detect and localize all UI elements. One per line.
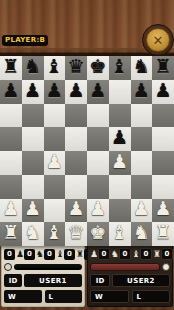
piece-white-pawn: ♟: [68, 199, 85, 218]
square-d7[interactable]: ♟: [65, 80, 87, 104]
square-f6[interactable]: [109, 104, 131, 128]
square-g7[interactable]: ♟: [131, 80, 153, 104]
square-c5[interactable]: [44, 127, 66, 151]
square-f5[interactable]: ♟: [109, 127, 131, 151]
square-d2[interactable]: ♟: [65, 199, 87, 223]
square-c6[interactable]: [44, 104, 66, 128]
square-h8[interactable]: ♜: [152, 56, 174, 80]
rook-icon: ♜: [76, 250, 83, 259]
piece-white-pawn: ♟: [155, 199, 172, 218]
capture-counter-rook: ♜0: [153, 248, 173, 260]
player1-id-label: ID: [4, 274, 22, 287]
square-d3[interactable]: [65, 175, 87, 199]
square-a1[interactable]: ♜: [0, 222, 22, 246]
square-g3[interactable]: [131, 175, 153, 199]
player2-panel: ♟0♞0♝0♜0♛0 ID USER2 W L: [87, 244, 173, 307]
player1-captures-tray: 0♟0♞0♝0♜0♛: [4, 247, 82, 261]
piece-black-pawn: ♟: [68, 81, 85, 100]
piece-white-pawn: ♟: [24, 199, 41, 218]
square-a6[interactable]: [0, 104, 22, 128]
capture-count: 0: [64, 249, 75, 260]
square-c2[interactable]: [44, 199, 66, 223]
square-h2[interactable]: ♟: [152, 199, 174, 223]
player1-name: USER1: [24, 274, 82, 287]
piece-white-knight: ♞: [24, 223, 41, 242]
square-e1[interactable]: ♚: [87, 222, 109, 246]
capture-counter-bishop: 0♝: [44, 249, 63, 260]
piece-black-pawn: ♟: [111, 128, 128, 147]
player1-time-row: [4, 262, 82, 271]
square-d8[interactable]: ♛: [65, 56, 87, 80]
capture-count: 0: [4, 249, 15, 260]
piece-white-rook: ♜: [155, 223, 172, 242]
capture-count: 0: [98, 248, 110, 260]
piece-white-pawn: ♟: [46, 152, 63, 171]
chess-board: ♜♞♝♛♚♝♞♜♟♟♟♟♟♟♟♟♟♟♟♟♟♟♟♟♜♞♝♛♚♝♞♜: [0, 54, 174, 246]
rook-icon: ♜: [153, 250, 160, 259]
square-f2[interactable]: [109, 199, 131, 223]
piece-black-knight: ♞: [24, 57, 41, 76]
square-b1[interactable]: ♞: [22, 222, 44, 246]
square-c4[interactable]: ♟: [44, 151, 66, 175]
square-e5[interactable]: [87, 127, 109, 151]
square-a5[interactable]: [0, 127, 22, 151]
capture-counter-pawn: ♟0: [90, 248, 110, 260]
capture-counter-bishop: ♝0: [132, 248, 152, 260]
square-f7[interactable]: [109, 80, 131, 104]
player1-losses-box: L: [45, 290, 83, 303]
piece-black-king: ♚: [89, 57, 106, 76]
square-h3[interactable]: [152, 175, 174, 199]
square-f1[interactable]: ♝: [109, 222, 131, 246]
square-b8[interactable]: ♞: [22, 56, 44, 80]
square-a4[interactable]: [0, 151, 22, 175]
piece-black-rook: ♜: [2, 57, 19, 76]
piece-black-pawn: ♟: [89, 81, 106, 100]
square-e6[interactable]: [87, 104, 109, 128]
square-g8[interactable]: ♞: [131, 56, 153, 80]
piece-black-rook: ♜: [155, 57, 172, 76]
knight-icon: ♞: [111, 250, 118, 259]
square-b7[interactable]: ♟: [22, 80, 44, 104]
square-e3[interactable]: [87, 175, 109, 199]
player1-wins-box: W: [4, 290, 42, 303]
square-b2[interactable]: ♟: [22, 199, 44, 223]
piece-white-bishop: ♝: [111, 223, 128, 242]
square-e8[interactable]: ♚: [87, 56, 109, 80]
player2-losses-box: L: [132, 290, 171, 303]
pawn-icon: ♟: [16, 250, 23, 259]
square-f8[interactable]: ♝: [109, 56, 131, 80]
clock-icon: [162, 263, 170, 271]
square-c1[interactable]: ♝: [44, 222, 66, 246]
square-h5[interactable]: [152, 127, 174, 151]
square-d1[interactable]: ♛: [65, 222, 87, 246]
cross-icon: ✕: [146, 28, 170, 52]
square-c3[interactable]: [44, 175, 66, 199]
pawn-icon: ♟: [90, 250, 97, 259]
capture-counter-rook: 0♜: [64, 249, 83, 260]
capture-counter-knight: ♞0: [111, 248, 131, 260]
capture-count: 0: [161, 248, 173, 260]
square-b3[interactable]: [22, 175, 44, 199]
player1-panel: 0♟0♞0♝0♜0♛ ID USER1 W L: [1, 244, 85, 307]
knight-icon: ♞: [36, 250, 43, 259]
square-e4[interactable]: [87, 151, 109, 175]
piece-black-pawn: ♟: [24, 81, 41, 100]
square-h1[interactable]: ♜: [152, 222, 174, 246]
square-a3[interactable]: [0, 175, 22, 199]
square-g1[interactable]: ♞: [131, 222, 153, 246]
square-e2[interactable]: ♟: [87, 199, 109, 223]
chess-app: PLAYER:B ✕ ♜♞♝♛♚♝♞♜♟♟♟♟♟♟♟♟♟♟♟♟♟♟♟♟♜♞♝♛♚…: [0, 0, 174, 310]
piece-white-pawn: ♟: [133, 199, 150, 218]
square-c7[interactable]: ♟: [44, 80, 66, 104]
player-turn-badge: PLAYER:B: [2, 35, 48, 46]
square-a2[interactable]: ♟: [0, 199, 22, 223]
square-h7[interactable]: ♟: [152, 80, 174, 104]
square-h6[interactable]: [152, 104, 174, 128]
player2-time-bar: [90, 263, 160, 271]
square-g5[interactable]: [131, 127, 153, 151]
player2-id-label: ID: [90, 274, 110, 287]
square-a7[interactable]: ♟: [0, 80, 22, 104]
piece-white-pawn: ♟: [2, 199, 19, 218]
piece-black-pawn: ♟: [2, 81, 19, 100]
piece-black-bishop: ♝: [46, 57, 63, 76]
square-f4[interactable]: ♟: [109, 151, 131, 175]
square-d4[interactable]: [65, 151, 87, 175]
player2-captures-tray: ♟0♞0♝0♜0♛0: [90, 247, 170, 261]
player2-name: USER2: [112, 274, 170, 287]
square-f3[interactable]: [109, 175, 131, 199]
square-b6[interactable]: [22, 104, 44, 128]
square-g6[interactable]: [131, 104, 153, 128]
piece-white-rook: ♜: [2, 223, 19, 242]
square-b5[interactable]: [22, 127, 44, 151]
capture-count: 0: [24, 249, 35, 260]
square-d6[interactable]: [65, 104, 87, 128]
clock-icon: [4, 263, 12, 271]
square-d5[interactable]: [65, 127, 87, 151]
capture-count: 0: [140, 248, 152, 260]
piece-white-pawn: ♟: [111, 152, 128, 171]
square-b4[interactable]: [22, 151, 44, 175]
piece-white-pawn: ♟: [89, 199, 106, 218]
menu-button[interactable]: ✕: [142, 24, 174, 56]
capture-counter-knight: 0♞: [24, 249, 43, 260]
capture-count: 0: [44, 249, 55, 260]
bishop-icon: ♝: [56, 250, 63, 259]
capture-counter-pawn: 0♟: [4, 249, 23, 260]
piece-white-bishop: ♝: [46, 223, 63, 242]
player2-wins-box: W: [90, 290, 129, 303]
piece-black-pawn: ♟: [155, 81, 172, 100]
piece-black-pawn: ♟: [133, 81, 150, 100]
player1-time-bar: [14, 264, 82, 270]
bishop-icon: ♝: [132, 250, 139, 259]
square-g4[interactable]: [131, 151, 153, 175]
piece-black-pawn: ♟: [46, 81, 63, 100]
square-a8[interactable]: ♜: [0, 56, 22, 80]
square-h4[interactable]: [152, 151, 174, 175]
player2-time-row: [90, 262, 170, 271]
square-c8[interactable]: ♝: [44, 56, 66, 80]
square-g2[interactable]: ♟: [131, 199, 153, 223]
piece-white-knight: ♞: [133, 223, 150, 242]
piece-black-queen: ♛: [68, 57, 85, 76]
piece-white-queen: ♛: [68, 223, 85, 242]
piece-black-bishop: ♝: [111, 57, 128, 76]
piece-black-knight: ♞: [133, 57, 150, 76]
capture-count: 0: [119, 248, 131, 260]
square-e7[interactable]: ♟: [87, 80, 109, 104]
piece-white-king: ♚: [89, 223, 106, 242]
